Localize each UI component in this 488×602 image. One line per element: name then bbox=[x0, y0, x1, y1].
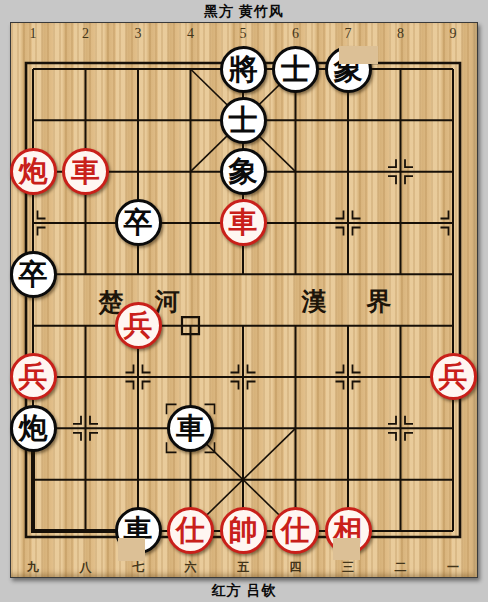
file-label-top: 7 bbox=[345, 26, 352, 42]
point-marker bbox=[73, 416, 81, 424]
piece-red-兵[interactable]: 兵 bbox=[115, 302, 162, 349]
point-marker bbox=[388, 433, 396, 441]
file-label-top: 1 bbox=[30, 26, 37, 42]
point-marker bbox=[248, 381, 256, 389]
file-label-top: 8 bbox=[397, 26, 404, 42]
piece-black-士[interactable]: 士 bbox=[272, 46, 319, 93]
point-marker bbox=[90, 433, 98, 441]
black-player-label: 黑方 黄竹风 bbox=[0, 3, 488, 21]
point-marker bbox=[405, 159, 413, 167]
point-marker bbox=[336, 210, 344, 218]
file-label-top: 9 bbox=[450, 26, 457, 42]
piece-red-車[interactable]: 車 bbox=[62, 148, 109, 195]
point-marker bbox=[143, 364, 151, 372]
point-marker bbox=[353, 227, 361, 235]
point-marker bbox=[405, 433, 413, 441]
file-label-top: 5 bbox=[240, 26, 247, 42]
piece-red-帥[interactable]: 帥 bbox=[220, 507, 267, 554]
artifact-patch bbox=[333, 538, 360, 560]
piece-black-士[interactable]: 士 bbox=[220, 97, 267, 144]
file-label-top: 4 bbox=[187, 26, 194, 42]
point-marker bbox=[388, 159, 396, 167]
piece-black-象[interactable]: 象 bbox=[220, 148, 267, 195]
piece-black-卒[interactable]: 卒 bbox=[115, 199, 162, 246]
file-label-bottom: 三 bbox=[342, 559, 354, 576]
file-label-bottom: 九 bbox=[27, 559, 39, 576]
point-marker bbox=[353, 364, 361, 372]
artifact-patch bbox=[339, 46, 378, 64]
piece-red-兵[interactable]: 兵 bbox=[430, 353, 477, 400]
file-label-top: 3 bbox=[135, 26, 142, 42]
point-marker bbox=[441, 210, 449, 218]
point-marker bbox=[405, 416, 413, 424]
point-marker bbox=[388, 176, 396, 184]
point-marker bbox=[126, 381, 134, 389]
point-marker bbox=[38, 210, 46, 218]
point-marker bbox=[231, 364, 239, 372]
piece-red-車[interactable]: 車 bbox=[220, 199, 267, 246]
point-marker bbox=[441, 227, 449, 235]
file-label-bottom: 一 bbox=[447, 559, 459, 576]
point-marker bbox=[90, 416, 98, 424]
piece-black-炮[interactable]: 炮 bbox=[10, 405, 57, 452]
xiangqi-board[interactable]: 123456789 九八七六五四三二一 楚 河 漢 界 將士象士象卒卒炮車車炮車… bbox=[10, 22, 478, 578]
point-marker bbox=[73, 433, 81, 441]
river-char-han: 漢 bbox=[302, 285, 327, 318]
point-marker bbox=[126, 364, 134, 372]
file-label-bottom: 八 bbox=[80, 559, 92, 576]
point-marker bbox=[353, 381, 361, 389]
file-label-bottom: 五 bbox=[237, 559, 249, 576]
piece-red-炮[interactable]: 炮 bbox=[10, 148, 57, 195]
point-marker bbox=[353, 210, 361, 218]
piece-red-兵[interactable]: 兵 bbox=[10, 353, 57, 400]
artifact-patch bbox=[118, 538, 145, 561]
point-marker bbox=[336, 381, 344, 389]
piece-black-將[interactable]: 將 bbox=[220, 46, 267, 93]
river-char-jie: 界 bbox=[367, 285, 392, 318]
point-marker bbox=[336, 364, 344, 372]
app-window: 黑方 黄竹风 123456789 九八七六五四三二一 楚 河 漢 界 將士象士象… bbox=[0, 0, 488, 602]
point-marker bbox=[38, 227, 46, 235]
file-label-bottom: 二 bbox=[395, 559, 407, 576]
point-marker bbox=[248, 364, 256, 372]
point-marker bbox=[231, 381, 239, 389]
file-label-top: 6 bbox=[292, 26, 299, 42]
piece-black-卒[interactable]: 卒 bbox=[10, 251, 57, 298]
point-marker bbox=[143, 381, 151, 389]
file-label-bottom: 四 bbox=[290, 559, 302, 576]
piece-black-車[interactable]: 車 bbox=[167, 405, 214, 452]
red-player-label: 红方 吕钦 bbox=[0, 582, 488, 600]
point-marker bbox=[336, 227, 344, 235]
point-marker bbox=[388, 416, 396, 424]
file-label-bottom: 七 bbox=[132, 559, 144, 576]
file-label-bottom: 六 bbox=[185, 559, 197, 576]
file-label-top: 2 bbox=[82, 26, 89, 42]
point-marker bbox=[405, 176, 413, 184]
